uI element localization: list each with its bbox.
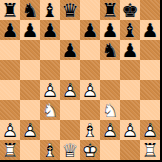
white-pawn-piece[interactable]: ♟♙: [20, 120, 40, 140]
square-f7[interactable]: ♟: [100, 20, 120, 40]
black-pawn-piece[interactable]: ♟: [140, 20, 160, 40]
black-king-piece[interactable]: ♚: [120, 0, 140, 20]
chess-board: ♜♞♝♛♜♚♟♟♟♟♟♝♟♟♞♟♟♙♟♙♟♙♞♘♞♘♟♙♟♙♝♗♟♙♟♙♟♙♜♖…: [0, 0, 162, 162]
square-c8[interactable]: ♝: [40, 0, 60, 20]
square-c4[interactable]: ♟♙: [40, 80, 60, 100]
white-king-piece[interactable]: ♚♔: [80, 140, 100, 160]
white-pawn-piece[interactable]: ♟♙: [60, 80, 80, 100]
square-d4[interactable]: ♟♙: [60, 80, 80, 100]
square-c5[interactable]: [40, 60, 60, 80]
square-g6[interactable]: ♟: [120, 40, 140, 60]
knight-outline-glyph: ♘: [40, 100, 60, 120]
pawn-glyph: ♟: [100, 20, 120, 40]
white-knight-piece[interactable]: ♞♘: [40, 100, 60, 120]
square-b8[interactable]: ♞: [20, 0, 40, 20]
pawn-outline-glyph: ♙: [80, 80, 100, 100]
square-h6[interactable]: [140, 40, 160, 60]
pawn-glyph: ♟: [80, 20, 100, 40]
square-c1[interactable]: ♝♗: [40, 140, 60, 160]
square-h1[interactable]: ♜♖: [140, 140, 160, 160]
square-e7[interactable]: ♟: [80, 20, 100, 40]
square-h3[interactable]: [140, 100, 160, 120]
pawn-outline-glyph: ♙: [20, 120, 40, 140]
queen-glyph: ♛: [60, 0, 80, 20]
square-g5[interactable]: [120, 60, 140, 80]
square-g4[interactable]: [120, 80, 140, 100]
black-pawn-piece[interactable]: ♟: [80, 20, 100, 40]
black-knight-piece[interactable]: ♞: [20, 0, 40, 20]
black-pawn-piece[interactable]: ♟: [0, 20, 20, 40]
square-a8[interactable]: ♜: [0, 0, 20, 20]
knight-glyph: ♞: [100, 40, 120, 60]
king-glyph: ♚: [120, 0, 140, 20]
pawn-glyph: ♟: [20, 20, 40, 40]
white-queen-piece[interactable]: ♛♕: [60, 140, 80, 160]
pawn-glyph: ♟: [0, 20, 20, 40]
square-b6[interactable]: [20, 40, 40, 60]
square-b4[interactable]: [20, 80, 40, 100]
black-pawn-piece[interactable]: ♟: [100, 20, 120, 40]
square-e5[interactable]: [80, 60, 100, 80]
black-rook-piece[interactable]: ♜: [100, 0, 120, 20]
square-e4[interactable]: ♟♙: [80, 80, 100, 100]
queen-outline-glyph: ♕: [60, 140, 80, 160]
pawn-outline-glyph: ♙: [100, 120, 120, 140]
bishop-outline-glyph: ♗: [80, 120, 100, 140]
square-c3[interactable]: ♞♘: [40, 100, 60, 120]
square-e6[interactable]: [80, 40, 100, 60]
square-g3[interactable]: [120, 100, 140, 120]
bishop-outline-glyph: ♗: [40, 140, 60, 160]
pawn-glyph: ♟: [140, 20, 160, 40]
black-knight-piece[interactable]: ♞: [100, 40, 120, 60]
rook-outline-glyph: ♖: [140, 140, 160, 160]
black-rook-piece[interactable]: ♜: [0, 0, 20, 20]
rook-glyph: ♜: [0, 0, 20, 20]
square-f5[interactable]: [100, 60, 120, 80]
square-b7[interactable]: ♟: [20, 20, 40, 40]
black-pawn-piece[interactable]: ♟: [40, 20, 60, 40]
white-bishop-piece[interactable]: ♝♗: [80, 120, 100, 140]
square-a1[interactable]: ♜♖: [0, 140, 20, 160]
square-e3[interactable]: [80, 100, 100, 120]
bishop-glyph: ♝: [120, 20, 140, 40]
square-g8[interactable]: ♚: [120, 0, 140, 20]
square-h5[interactable]: [140, 60, 160, 80]
knight-glyph: ♞: [20, 0, 40, 20]
knight-outline-glyph: ♘: [100, 100, 120, 120]
white-rook-piece[interactable]: ♜♖: [0, 140, 20, 160]
bishop-glyph: ♝: [40, 0, 60, 20]
white-pawn-piece[interactable]: ♟♙: [40, 80, 60, 100]
square-e2[interactable]: ♝♗: [80, 120, 100, 140]
pawn-outline-glyph: ♙: [0, 120, 20, 140]
square-a2[interactable]: ♟♙: [0, 120, 20, 140]
square-d7[interactable]: [60, 20, 80, 40]
square-b2[interactable]: ♟♙: [20, 120, 40, 140]
square-b3[interactable]: [20, 100, 40, 120]
white-pawn-piece[interactable]: ♟♙: [140, 120, 160, 140]
square-c7[interactable]: ♟: [40, 20, 60, 40]
square-h7[interactable]: ♟: [140, 20, 160, 40]
square-d6[interactable]: ♟: [60, 40, 80, 60]
square-e1[interactable]: ♚♔: [80, 140, 100, 160]
square-c6[interactable]: [40, 40, 60, 60]
square-f6[interactable]: ♞: [100, 40, 120, 60]
white-knight-piece[interactable]: ♞♘: [100, 100, 120, 120]
black-queen-piece[interactable]: ♛: [60, 0, 80, 20]
white-pawn-piece[interactable]: ♟♙: [100, 120, 120, 140]
rook-outline-glyph: ♖: [0, 140, 20, 160]
square-h4[interactable]: [140, 80, 160, 100]
square-f1[interactable]: [100, 140, 120, 160]
black-bishop-piece[interactable]: ♝: [40, 0, 60, 20]
rook-glyph: ♜: [100, 0, 120, 20]
pawn-outline-glyph: ♙: [140, 120, 160, 140]
pawn-outline-glyph: ♙: [40, 80, 60, 100]
black-bishop-piece[interactable]: ♝: [120, 20, 140, 40]
square-a6[interactable]: [0, 40, 20, 60]
square-g1[interactable]: [120, 140, 140, 160]
king-outline-glyph: ♔: [80, 140, 100, 160]
pawn-glyph: ♟: [40, 20, 60, 40]
pawn-outline-glyph: ♙: [120, 120, 140, 140]
square-a5[interactable]: [0, 60, 20, 80]
white-pawn-piece[interactable]: ♟♙: [80, 80, 100, 100]
pawn-glyph: ♟: [120, 40, 140, 60]
square-g2[interactable]: ♟♙: [120, 120, 140, 140]
square-d1[interactable]: ♛♕: [60, 140, 80, 160]
square-f8[interactable]: ♜: [100, 0, 120, 20]
black-pawn-piece[interactable]: ♟: [20, 20, 40, 40]
black-pawn-piece[interactable]: ♟: [60, 40, 80, 60]
square-f2[interactable]: ♟♙: [100, 120, 120, 140]
white-pawn-piece[interactable]: ♟♙: [0, 120, 20, 140]
square-g7[interactable]: ♝: [120, 20, 140, 40]
square-e8[interactable]: [80, 0, 100, 20]
square-b1[interactable]: [20, 140, 40, 160]
white-bishop-piece[interactable]: ♝♗: [40, 140, 60, 160]
square-d5[interactable]: [60, 60, 80, 80]
pawn-outline-glyph: ♙: [60, 80, 80, 100]
black-pawn-piece[interactable]: ♟: [120, 40, 140, 60]
white-pawn-piece[interactable]: ♟♙: [120, 120, 140, 140]
pawn-glyph: ♟: [60, 40, 80, 60]
square-c2[interactable]: [40, 120, 60, 140]
square-b5[interactable]: [20, 60, 40, 80]
square-f3[interactable]: ♞♘: [100, 100, 120, 120]
square-d3[interactable]: [60, 100, 80, 120]
square-a7[interactable]: ♟: [0, 20, 20, 40]
square-h2[interactable]: ♟♙: [140, 120, 160, 140]
square-d2[interactable]: [60, 120, 80, 140]
square-d8[interactable]: ♛: [60, 0, 80, 20]
white-rook-piece[interactable]: ♜♖: [140, 140, 160, 160]
square-f4[interactable]: [100, 80, 120, 100]
square-h8[interactable]: [140, 0, 160, 20]
square-a3[interactable]: [0, 100, 20, 120]
square-a4[interactable]: [0, 80, 20, 100]
